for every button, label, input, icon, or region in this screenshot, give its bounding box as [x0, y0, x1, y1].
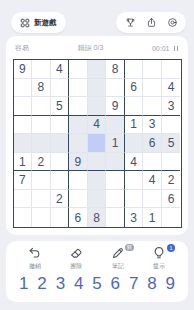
- numpad-key-1[interactable]: 1: [19, 274, 28, 294]
- sudoku-board: 9488645934131651294742266831: [13, 59, 182, 228]
- cell-r8c8[interactable]: [143, 190, 162, 209]
- hint-label: 提示: [153, 262, 165, 271]
- cell-r9c5[interactable]: 8: [88, 208, 107, 227]
- mistakes-label: 錯誤 0/3: [78, 43, 104, 53]
- numpad-key-9[interactable]: 9: [166, 274, 175, 294]
- cell-r6c3[interactable]: [51, 153, 70, 172]
- cell-r4c3[interactable]: [51, 116, 70, 135]
- cell-r7c8[interactable]: 4: [143, 171, 162, 190]
- cell-r4c6[interactable]: [106, 116, 125, 135]
- cell-r9c2[interactable]: [32, 208, 51, 227]
- undo-icon: [28, 246, 42, 260]
- bulb-icon: [152, 246, 166, 260]
- new-game-label: 新遊戲: [34, 18, 57, 28]
- pencil-icon: [111, 246, 125, 260]
- cell-r2c9[interactable]: 4: [162, 79, 181, 98]
- cell-r2c1[interactable]: [14, 79, 33, 98]
- pause-button[interactable]: [173, 45, 180, 52]
- cell-r9c8[interactable]: 1: [143, 208, 162, 227]
- difficulty-label: 容易: [15, 43, 29, 53]
- cell-r9c7[interactable]: 3: [125, 208, 144, 227]
- cell-r4c7[interactable]: 1: [125, 116, 144, 135]
- eraser-icon: [69, 246, 83, 260]
- cell-r3c6[interactable]: 9: [106, 97, 125, 116]
- cell-r7c7[interactable]: [125, 171, 144, 190]
- cell-r2c6[interactable]: [106, 79, 125, 98]
- undo-label: 撤銷: [29, 262, 41, 271]
- cell-r4c1[interactable]: [14, 116, 33, 135]
- cell-r3c2[interactable]: [32, 97, 51, 116]
- cell-r2c7[interactable]: 6: [125, 79, 144, 98]
- cell-r7c4[interactable]: [69, 171, 88, 190]
- numpad-key-7[interactable]: 7: [129, 274, 138, 294]
- cell-r1c2[interactable]: [32, 60, 51, 79]
- numpad-key-5[interactable]: 5: [92, 274, 101, 294]
- cell-r7c1[interactable]: 7: [14, 171, 33, 190]
- numpad-key-2[interactable]: 2: [37, 274, 46, 294]
- cell-r1c9[interactable]: [162, 60, 181, 79]
- undo-button[interactable]: 撤銷: [22, 246, 48, 271]
- numpad-key-6[interactable]: 6: [111, 274, 120, 294]
- cell-r7c5[interactable]: [88, 171, 107, 190]
- cell-r8c9[interactable]: 6: [162, 190, 181, 209]
- cell-r3c5[interactable]: [88, 97, 107, 116]
- cell-r8c7[interactable]: [125, 190, 144, 209]
- cell-r2c4[interactable]: [69, 79, 88, 98]
- numpad-key-3[interactable]: 3: [56, 274, 65, 294]
- toolbar: 撤銷 擦除 關 筆記 1: [6, 241, 188, 271]
- cell-r6c9[interactable]: [162, 153, 181, 172]
- cell-r1c3[interactable]: 4: [51, 60, 70, 79]
- cell-r1c1[interactable]: 9: [14, 60, 33, 79]
- hint-count-badge: 1: [167, 244, 175, 252]
- cell-r2c3[interactable]: [51, 79, 70, 98]
- numpad-key-8[interactable]: 8: [147, 274, 156, 294]
- cell-r4c9[interactable]: [162, 116, 181, 135]
- cell-r2c8[interactable]: [143, 79, 162, 98]
- cell-r5c6[interactable]: 1: [106, 134, 125, 153]
- top-icons-group: [116, 12, 186, 33]
- cell-r3c7[interactable]: [125, 97, 144, 116]
- cell-r3c8[interactable]: [143, 97, 162, 116]
- cell-r6c7[interactable]: 4: [125, 153, 144, 172]
- cell-r1c5[interactable]: [88, 60, 107, 79]
- cell-r8c6[interactable]: [106, 190, 125, 209]
- cell-r5c1[interactable]: [14, 134, 33, 153]
- cell-r3c9[interactable]: 3: [162, 97, 181, 116]
- cell-r6c1[interactable]: 1: [14, 153, 33, 172]
- erase-button[interactable]: 擦除: [63, 246, 89, 271]
- cell-r6c6[interactable]: [106, 153, 125, 172]
- cell-r5c9[interactable]: 5: [162, 134, 181, 153]
- numpad-key-4[interactable]: 4: [74, 274, 83, 294]
- numpad: 123456789: [6, 271, 188, 294]
- new-game-button[interactable]: 新遊戲: [11, 12, 66, 33]
- cell-r8c5[interactable]: [88, 190, 107, 209]
- cell-r8c3[interactable]: 2: [51, 190, 70, 209]
- cell-r4c5[interactable]: 4: [88, 116, 107, 135]
- cell-r9c3[interactable]: [51, 208, 70, 227]
- cell-r6c4[interactable]: 9: [69, 153, 88, 172]
- cell-r9c4[interactable]: 6: [69, 208, 88, 227]
- cell-r4c8[interactable]: 3: [143, 116, 162, 135]
- cell-r3c1[interactable]: [14, 97, 33, 116]
- cell-r2c2[interactable]: 8: [32, 79, 51, 98]
- cell-r1c6[interactable]: 8: [106, 60, 125, 79]
- notes-button[interactable]: 關 筆記: [105, 246, 131, 271]
- cell-r4c2[interactable]: [32, 116, 51, 135]
- game-card: 容易 錯誤 0/3 00:01 948864593413165129474226…: [6, 36, 188, 235]
- status-bar: 容易 錯誤 0/3 00:01: [6, 36, 188, 53]
- cell-r9c6[interactable]: [106, 208, 125, 227]
- cell-r4c4[interactable]: [69, 116, 88, 135]
- cell-r7c3[interactable]: [51, 171, 70, 190]
- cell-r8c1[interactable]: [14, 190, 33, 209]
- cell-r8c4[interactable]: [69, 190, 88, 209]
- cell-r5c2[interactable]: [32, 134, 51, 153]
- cell-r9c9[interactable]: [162, 208, 181, 227]
- cell-r7c9[interactable]: 2: [162, 171, 181, 190]
- cell-r1c8[interactable]: [143, 60, 162, 79]
- cell-r8c2[interactable]: [32, 190, 51, 209]
- cell-r5c7[interactable]: [125, 134, 144, 153]
- cell-r1c7[interactable]: [125, 60, 144, 79]
- cell-r6c2[interactable]: 2: [32, 153, 51, 172]
- cell-r5c3[interactable]: [51, 134, 70, 153]
- cell-r3c4[interactable]: [69, 97, 88, 116]
- settings-icon[interactable]: [166, 17, 178, 29]
- cell-r5c5[interactable]: [88, 134, 107, 153]
- cell-r7c6[interactable]: [106, 171, 125, 190]
- cell-r5c8[interactable]: 6: [143, 134, 162, 153]
- cell-r5c4[interactable]: [69, 134, 88, 153]
- erase-label: 擦除: [70, 262, 82, 271]
- cell-r3c3[interactable]: 5: [51, 97, 70, 116]
- controls-card: 撤銷 擦除 關 筆記 1: [6, 241, 188, 302]
- notes-label: 筆記: [112, 262, 124, 271]
- share-icon[interactable]: [145, 17, 157, 29]
- cell-r2c5[interactable]: [88, 79, 107, 98]
- hint-button[interactable]: 1 提示: [146, 246, 172, 271]
- cell-r1c4[interactable]: [69, 60, 88, 79]
- trophy-icon[interactable]: [124, 17, 136, 29]
- cell-r6c8[interactable]: [143, 153, 162, 172]
- cell-r9c1[interactable]: [14, 208, 33, 227]
- timer-value: 00:01: [152, 45, 170, 52]
- cell-r6c5[interactable]: [88, 153, 107, 172]
- cell-r7c2[interactable]: [32, 171, 51, 190]
- notes-toggle-badge: 關: [125, 244, 134, 251]
- grid-icon: [20, 18, 30, 28]
